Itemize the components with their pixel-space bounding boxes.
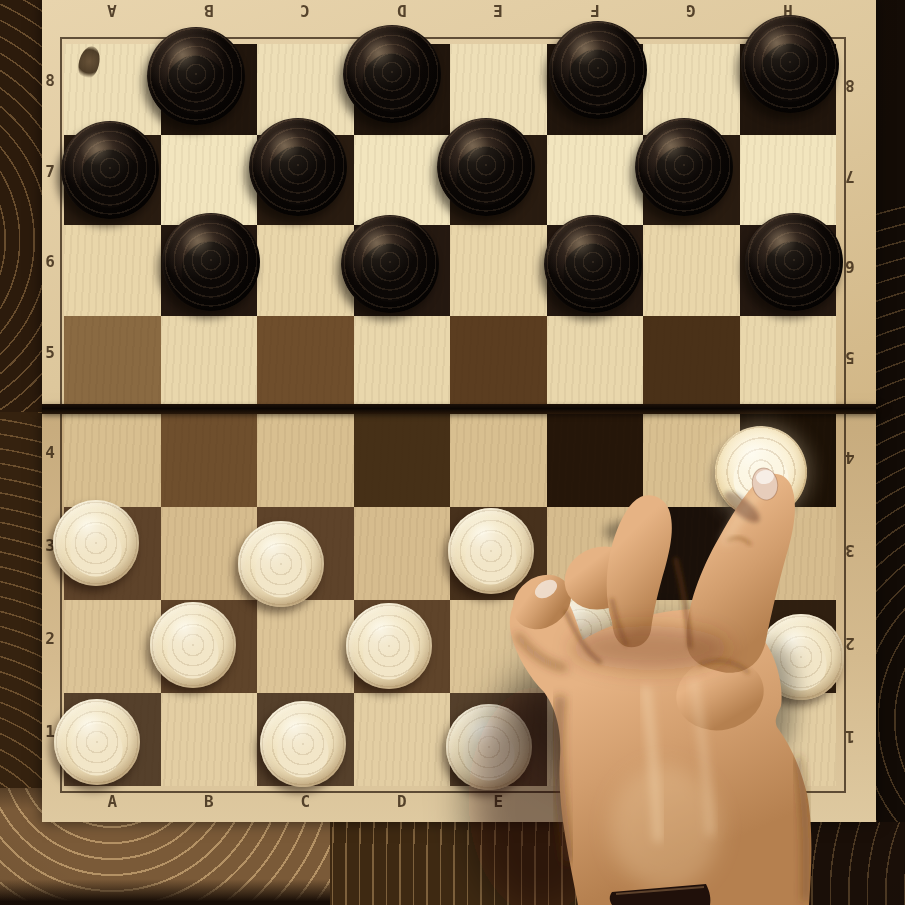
black-man-glyph: ● [362,25,421,123]
coord-right-4: 4 [836,447,864,467]
coord-right-1: 1 [836,726,864,746]
piece-white-e1[interactable]: ● [446,704,532,790]
mat-arc-pattern-bottom-right [600,822,905,905]
coord-right-7: 7 [836,166,864,186]
white-man-glyph: ● [363,603,415,689]
piece-black-h8[interactable]: ● [741,15,839,113]
coord-bottom-h: H [774,792,802,812]
piece-black-g7[interactable]: ● [635,118,733,216]
piece-black-a7[interactable]: ● [61,121,159,219]
checkers-photo-scene: ABCDEFGHABCDEFGH8765432187654321 ●●●●●●●… [0,0,905,905]
coord-bottom-d: D [388,792,416,812]
piece-white-f2[interactable]: ● [538,587,624,673]
white-man-glyph: ● [255,521,307,607]
coord-bottom-f: F [581,792,609,812]
coord-left-2: 2 [36,629,64,649]
white-man-glyph: ● [463,704,515,790]
coord-top-f: F [581,0,609,20]
piece-white-c3[interactable]: ● [238,521,324,607]
piece-black-d6[interactable]: ● [341,215,439,313]
coord-top-c: C [291,0,319,20]
board-fold-hinge [42,404,876,414]
coord-left-6: 6 [36,252,64,272]
black-man-glyph: ● [80,121,139,219]
coord-top-d: D [388,0,416,20]
coord-left-7: 7 [36,162,64,182]
piece-white-d2[interactable]: ● [346,603,432,689]
coord-left-5: 5 [36,343,64,363]
coord-right-8: 8 [836,75,864,95]
black-man-glyph: ● [360,215,419,313]
piece-black-f8[interactable]: ● [549,21,647,119]
coord-bottom-c: C [291,792,319,812]
coord-bottom-g: G [677,792,705,812]
coord-left-8: 8 [36,71,64,91]
white-man-glyph: ● [775,614,827,700]
piece-white-e3[interactable]: ● [448,508,534,594]
piece-white-h4-held[interactable]: ● [715,426,807,518]
black-man-glyph: ● [568,21,627,119]
white-man-glyph: ● [733,426,788,518]
black-man-glyph: ● [268,118,327,216]
white-man-glyph: ● [555,587,607,673]
mat-arc-pattern-bottom-center [330,822,600,905]
coord-right-3: 3 [836,540,864,560]
piece-white-a1[interactable]: ● [54,699,140,785]
coord-top-e: E [484,0,512,20]
piece-white-h2[interactable]: ● [758,614,844,700]
white-man-glyph: ● [71,699,123,785]
coord-top-b: B [195,0,223,20]
mat-arc-pattern-right [876,200,905,822]
piece-black-b6[interactable]: ● [162,213,260,311]
white-man-glyph: ● [70,500,122,586]
white-man-glyph: ● [277,701,329,787]
piece-black-c7[interactable]: ● [249,118,347,216]
white-man-glyph: ● [465,508,517,594]
black-man-glyph: ● [654,118,713,216]
coord-bottom-e: E [484,792,512,812]
black-man-glyph: ● [181,213,240,311]
coord-top-a: A [98,0,126,20]
piece-white-a3[interactable]: ● [53,500,139,586]
coord-bottom-b: B [195,792,223,812]
piece-black-e7[interactable]: ● [437,118,535,216]
coord-top-g: G [677,0,705,20]
coord-right-5: 5 [836,347,864,367]
piece-black-d8[interactable]: ● [343,25,441,123]
piece-black-b8[interactable]: ● [147,27,245,125]
piece-white-c1[interactable]: ● [260,701,346,787]
coord-left-4: 4 [36,443,64,463]
piece-white-b2[interactable]: ● [150,602,236,688]
black-man-glyph: ● [764,213,823,311]
coord-bottom-a: A [98,792,126,812]
black-man-glyph: ● [563,215,622,313]
white-man-glyph: ● [167,602,219,688]
black-man-glyph: ● [166,27,225,125]
piece-black-h6[interactable]: ● [745,213,843,311]
piece-black-f6[interactable]: ● [544,215,642,313]
black-man-glyph: ● [760,15,819,113]
black-man-glyph: ● [456,118,515,216]
